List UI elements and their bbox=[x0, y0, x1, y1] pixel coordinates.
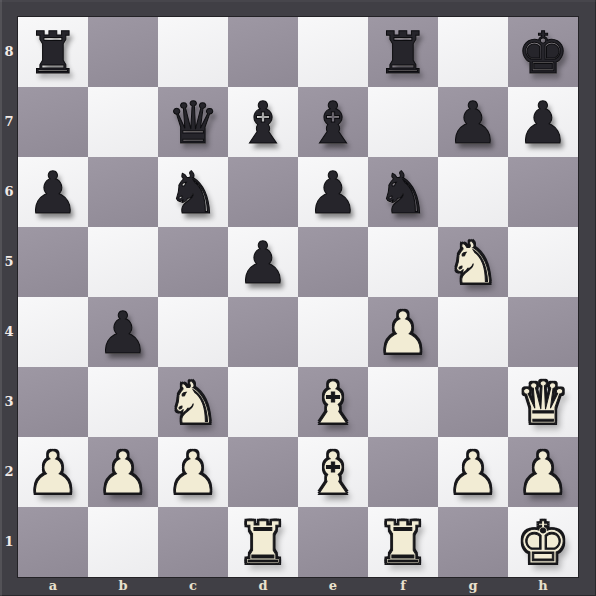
square-h5[interactable] bbox=[508, 227, 578, 297]
piece-white-queen: ♛ bbox=[508, 367, 578, 437]
piece-white-pawn: ♟ bbox=[368, 297, 438, 367]
file-label-f: f bbox=[368, 577, 438, 596]
file-label-g: g bbox=[438, 577, 508, 596]
piece-white-knight: ♞ bbox=[158, 367, 228, 437]
square-d3[interactable] bbox=[228, 367, 298, 437]
piece-black-pawn: ♟ bbox=[228, 227, 298, 297]
square-e4[interactable] bbox=[298, 297, 368, 367]
square-f7[interactable] bbox=[368, 87, 438, 157]
square-h4[interactable] bbox=[508, 297, 578, 367]
square-c5[interactable] bbox=[158, 227, 228, 297]
square-c6[interactable]: ♞ bbox=[158, 157, 228, 227]
piece-white-pawn: ♟ bbox=[18, 437, 88, 507]
piece-white-knight: ♞ bbox=[438, 227, 508, 297]
square-g6[interactable] bbox=[438, 157, 508, 227]
piece-black-knight: ♞ bbox=[158, 157, 228, 227]
piece-white-bishop: ♝ bbox=[298, 367, 368, 437]
square-h3[interactable]: ♛ bbox=[508, 367, 578, 437]
piece-black-queen: ♛ bbox=[158, 87, 228, 157]
square-g5[interactable]: ♞ bbox=[438, 227, 508, 297]
square-e6[interactable]: ♟ bbox=[298, 157, 368, 227]
square-d5[interactable]: ♟ bbox=[228, 227, 298, 297]
square-b6[interactable] bbox=[88, 157, 158, 227]
piece-white-rook: ♜ bbox=[228, 507, 298, 577]
file-label-c: c bbox=[158, 577, 228, 596]
rank-label-7: 7 bbox=[0, 87, 18, 157]
piece-black-pawn: ♟ bbox=[298, 157, 368, 227]
rank-label-3: 3 bbox=[0, 367, 18, 437]
square-b4[interactable]: ♟ bbox=[88, 297, 158, 367]
square-b8[interactable] bbox=[88, 17, 158, 87]
square-f6[interactable]: ♞ bbox=[368, 157, 438, 227]
square-e8[interactable] bbox=[298, 17, 368, 87]
square-f1[interactable]: ♜ bbox=[368, 507, 438, 577]
square-e2[interactable]: ♝ bbox=[298, 437, 368, 507]
file-label-d: d bbox=[228, 577, 298, 596]
piece-black-pawn: ♟ bbox=[438, 87, 508, 157]
piece-black-bishop: ♝ bbox=[228, 87, 298, 157]
square-a2[interactable]: ♟ bbox=[18, 437, 88, 507]
square-c3[interactable]: ♞ bbox=[158, 367, 228, 437]
square-b5[interactable] bbox=[88, 227, 158, 297]
square-e3[interactable]: ♝ bbox=[298, 367, 368, 437]
piece-black-pawn: ♟ bbox=[88, 297, 158, 367]
square-g8[interactable] bbox=[438, 17, 508, 87]
rank-label-5: 5 bbox=[0, 227, 18, 297]
square-a4[interactable] bbox=[18, 297, 88, 367]
file-label-e: e bbox=[298, 577, 368, 596]
square-a5[interactable] bbox=[18, 227, 88, 297]
square-c4[interactable] bbox=[158, 297, 228, 367]
file-label-h: h bbox=[508, 577, 578, 596]
chess-board: ♜♜♚♛♝♝♟♟♟♞♟♞♟♞♟♟♞♝♛♟♟♟♝♟♟♜♜♚ bbox=[18, 17, 578, 577]
piece-black-rook: ♜ bbox=[18, 17, 88, 87]
square-b1[interactable] bbox=[88, 507, 158, 577]
square-a6[interactable]: ♟ bbox=[18, 157, 88, 227]
chess-diagram: ♜♜♚♛♝♝♟♟♟♞♟♞♟♞♟♟♞♝♛♟♟♟♝♟♟♜♜♚ 87654321abc… bbox=[0, 0, 596, 596]
square-a8[interactable]: ♜ bbox=[18, 17, 88, 87]
square-h2[interactable]: ♟ bbox=[508, 437, 578, 507]
piece-black-bishop: ♝ bbox=[298, 87, 368, 157]
piece-white-rook: ♜ bbox=[368, 507, 438, 577]
piece-white-pawn: ♟ bbox=[508, 437, 578, 507]
piece-black-king: ♚ bbox=[508, 17, 578, 87]
square-h6[interactable] bbox=[508, 157, 578, 227]
file-label-a: a bbox=[18, 577, 88, 596]
piece-white-pawn: ♟ bbox=[88, 437, 158, 507]
square-a1[interactable] bbox=[18, 507, 88, 577]
piece-black-rook: ♜ bbox=[368, 17, 438, 87]
square-g1[interactable] bbox=[438, 507, 508, 577]
piece-black-knight: ♞ bbox=[368, 157, 438, 227]
piece-white-pawn: ♟ bbox=[438, 437, 508, 507]
square-f4[interactable]: ♟ bbox=[368, 297, 438, 367]
rank-label-2: 2 bbox=[0, 437, 18, 507]
square-h7[interactable]: ♟ bbox=[508, 87, 578, 157]
piece-white-king: ♚ bbox=[508, 507, 578, 577]
rank-label-8: 8 bbox=[0, 17, 18, 87]
piece-black-pawn: ♟ bbox=[508, 87, 578, 157]
square-g4[interactable] bbox=[438, 297, 508, 367]
square-d7[interactable]: ♝ bbox=[228, 87, 298, 157]
square-e5[interactable] bbox=[298, 227, 368, 297]
square-c2[interactable]: ♟ bbox=[158, 437, 228, 507]
square-a7[interactable] bbox=[18, 87, 88, 157]
square-a3[interactable] bbox=[18, 367, 88, 437]
square-h8[interactable]: ♚ bbox=[508, 17, 578, 87]
piece-white-pawn: ♟ bbox=[158, 437, 228, 507]
square-d8[interactable] bbox=[228, 17, 298, 87]
square-e7[interactable]: ♝ bbox=[298, 87, 368, 157]
square-d4[interactable] bbox=[228, 297, 298, 367]
square-c8[interactable] bbox=[158, 17, 228, 87]
rank-label-4: 4 bbox=[0, 297, 18, 367]
piece-white-bishop: ♝ bbox=[298, 437, 368, 507]
square-f3[interactable] bbox=[368, 367, 438, 437]
square-g7[interactable]: ♟ bbox=[438, 87, 508, 157]
square-d2[interactable] bbox=[228, 437, 298, 507]
square-h1[interactable]: ♚ bbox=[508, 507, 578, 577]
square-f8[interactable]: ♜ bbox=[368, 17, 438, 87]
square-c1[interactable] bbox=[158, 507, 228, 577]
file-label-b: b bbox=[88, 577, 158, 596]
square-g2[interactable]: ♟ bbox=[438, 437, 508, 507]
square-c7[interactable]: ♛ bbox=[158, 87, 228, 157]
square-f2[interactable] bbox=[368, 437, 438, 507]
square-b2[interactable]: ♟ bbox=[88, 437, 158, 507]
piece-black-pawn: ♟ bbox=[18, 157, 88, 227]
square-e1[interactable] bbox=[298, 507, 368, 577]
square-b3[interactable] bbox=[88, 367, 158, 437]
square-d6[interactable] bbox=[228, 157, 298, 227]
square-d1[interactable]: ♜ bbox=[228, 507, 298, 577]
square-g3[interactable] bbox=[438, 367, 508, 437]
rank-label-1: 1 bbox=[0, 507, 18, 577]
rank-label-6: 6 bbox=[0, 157, 18, 227]
square-b7[interactable] bbox=[88, 87, 158, 157]
square-f5[interactable] bbox=[368, 227, 438, 297]
